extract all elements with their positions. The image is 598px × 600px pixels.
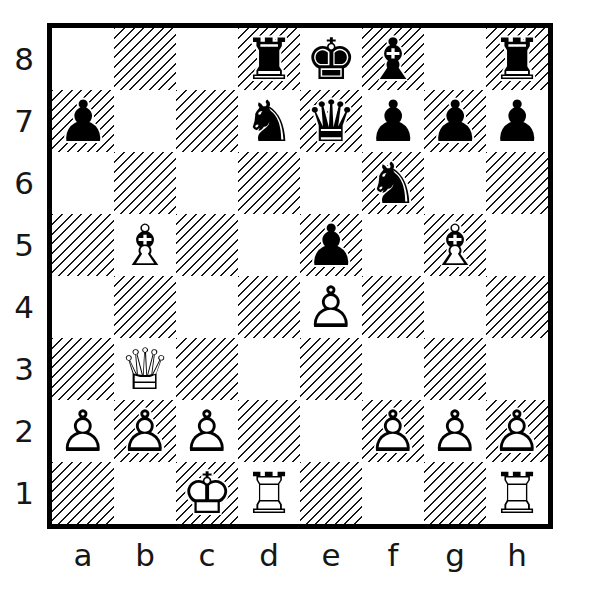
square-c1[interactable]: ♚♔: [176, 462, 238, 524]
square-a5[interactable]: [52, 214, 114, 276]
square-h8[interactable]: ♜♜: [486, 28, 548, 90]
square-b1[interactable]: [114, 462, 176, 524]
square-h6[interactable]: [486, 152, 548, 214]
square-c4[interactable]: [176, 276, 238, 338]
rank-label-5: 5: [6, 214, 42, 276]
piece-white-king[interactable]: ♔: [176, 462, 238, 524]
square-d5[interactable]: [238, 214, 300, 276]
rank-label-7: 7: [6, 90, 42, 152]
square-e4[interactable]: ♟♙: [300, 276, 362, 338]
square-c6[interactable]: [176, 152, 238, 214]
square-f4[interactable]: [362, 276, 424, 338]
square-a1[interactable]: [52, 462, 114, 524]
square-c8[interactable]: [176, 28, 238, 90]
piece-white-rook[interactable]: ♖: [486, 462, 548, 524]
square-e8[interactable]: ♚♚: [300, 28, 362, 90]
piece-white-pawn[interactable]: ♙: [486, 400, 548, 462]
square-e2[interactable]: [300, 400, 362, 462]
file-label-e: e: [300, 536, 362, 574]
square-a3[interactable]: [52, 338, 114, 400]
square-f3[interactable]: [362, 338, 424, 400]
file-label-g: g: [424, 536, 486, 574]
square-d1[interactable]: ♜♖: [238, 462, 300, 524]
piece-black-queen[interactable]: ♛: [300, 90, 362, 152]
square-b7[interactable]: [114, 90, 176, 152]
piece-white-pawn[interactable]: ♙: [52, 400, 114, 462]
piece-white-pawn[interactable]: ♙: [176, 400, 238, 462]
square-h7[interactable]: ♟♟: [486, 90, 548, 152]
square-b4[interactable]: [114, 276, 176, 338]
piece-black-rook[interactable]: ♜: [486, 28, 548, 90]
square-g4[interactable]: [424, 276, 486, 338]
square-f1[interactable]: [362, 462, 424, 524]
piece-black-rook[interactable]: ♜: [238, 28, 300, 90]
file-label-b: b: [114, 536, 176, 574]
square-g1[interactable]: [424, 462, 486, 524]
rank-label-6: 6: [6, 152, 42, 214]
square-a6[interactable]: [52, 152, 114, 214]
file-label-c: c: [176, 536, 238, 574]
square-h4[interactable]: [486, 276, 548, 338]
square-e5[interactable]: ♟♟: [300, 214, 362, 276]
piece-white-pawn[interactable]: ♙: [114, 400, 176, 462]
rank-label-2: 2: [6, 400, 42, 462]
rank-label-3: 3: [6, 338, 42, 400]
square-d6[interactable]: [238, 152, 300, 214]
piece-white-queen[interactable]: ♕: [114, 338, 176, 400]
square-d7[interactable]: ♞♞: [238, 90, 300, 152]
piece-black-pawn[interactable]: ♟: [52, 90, 114, 152]
chess-board: ♜♜♚♚♝♝♜♜♟♟♞♞♛♛♟♟♟♟♟♟♞♞♝♗♟♟♝♗♟♙♛♕♟♙♟♙♟♙♟♙…: [47, 23, 553, 529]
piece-white-pawn[interactable]: ♙: [362, 400, 424, 462]
piece-black-pawn[interactable]: ♟: [486, 90, 548, 152]
square-h1[interactable]: ♜♖: [486, 462, 548, 524]
piece-black-knight[interactable]: ♞: [362, 152, 424, 214]
square-h3[interactable]: [486, 338, 548, 400]
square-a8[interactable]: [52, 28, 114, 90]
square-b2[interactable]: ♟♙: [114, 400, 176, 462]
square-g3[interactable]: [424, 338, 486, 400]
square-a2[interactable]: ♟♙: [52, 400, 114, 462]
piece-white-pawn[interactable]: ♙: [424, 400, 486, 462]
square-e3[interactable]: [300, 338, 362, 400]
square-g7[interactable]: ♟♟: [424, 90, 486, 152]
file-label-a: a: [52, 536, 114, 574]
square-f6[interactable]: ♞♞: [362, 152, 424, 214]
square-f7[interactable]: ♟♟: [362, 90, 424, 152]
rank-label-4: 4: [6, 276, 42, 338]
square-b5[interactable]: ♝♗: [114, 214, 176, 276]
square-e6[interactable]: [300, 152, 362, 214]
piece-white-bishop[interactable]: ♗: [424, 214, 486, 276]
square-a4[interactable]: [52, 276, 114, 338]
square-a7[interactable]: ♟♟: [52, 90, 114, 152]
square-b6[interactable]: [114, 152, 176, 214]
square-d3[interactable]: [238, 338, 300, 400]
piece-white-bishop[interactable]: ♗: [114, 214, 176, 276]
file-labels: abcdefgh: [52, 536, 548, 574]
square-c7[interactable]: [176, 90, 238, 152]
piece-black-pawn[interactable]: ♟: [300, 214, 362, 276]
file-label-d: d: [238, 536, 300, 574]
piece-black-bishop[interactable]: ♝: [362, 28, 424, 90]
piece-black-king[interactable]: ♚: [300, 28, 362, 90]
square-g6[interactable]: [424, 152, 486, 214]
square-b8[interactable]: [114, 28, 176, 90]
file-label-f: f: [362, 536, 424, 574]
rank-label-8: 8: [6, 28, 42, 90]
square-c2[interactable]: ♟♙: [176, 400, 238, 462]
rank-labels: 87654321: [6, 28, 42, 524]
rank-label-1: 1: [6, 462, 42, 524]
piece-black-pawn[interactable]: ♟: [362, 90, 424, 152]
square-g2[interactable]: ♟♙: [424, 400, 486, 462]
piece-black-knight[interactable]: ♞: [238, 90, 300, 152]
square-f8[interactable]: ♝♝: [362, 28, 424, 90]
square-d8[interactable]: ♜♜: [238, 28, 300, 90]
square-e7[interactable]: ♛♛: [300, 90, 362, 152]
square-d4[interactable]: [238, 276, 300, 338]
piece-white-rook[interactable]: ♖: [238, 462, 300, 524]
square-g8[interactable]: [424, 28, 486, 90]
file-label-h: h: [486, 536, 548, 574]
square-b3[interactable]: ♛♕: [114, 338, 176, 400]
square-h2[interactable]: ♟♙: [486, 400, 548, 462]
square-c5[interactable]: [176, 214, 238, 276]
square-f2[interactable]: ♟♙: [362, 400, 424, 462]
square-d2[interactable]: [238, 400, 300, 462]
square-c3[interactable]: [176, 338, 238, 400]
piece-white-pawn[interactable]: ♙: [300, 276, 362, 338]
piece-black-pawn[interactable]: ♟: [424, 90, 486, 152]
square-g5[interactable]: ♝♗: [424, 214, 486, 276]
square-f5[interactable]: [362, 214, 424, 276]
square-h5[interactable]: [486, 214, 548, 276]
square-e1[interactable]: [300, 462, 362, 524]
